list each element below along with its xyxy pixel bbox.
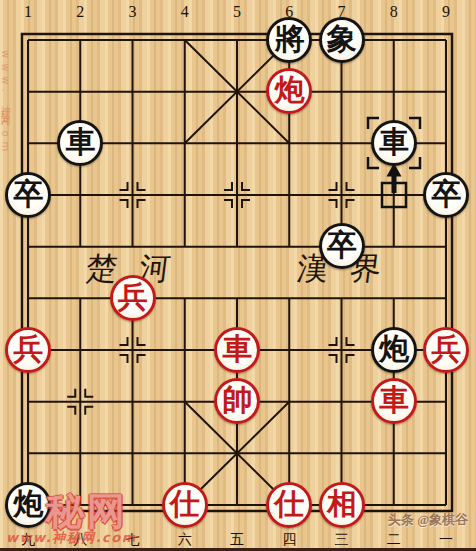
piece-red-仕[interactable]: 仕 (266, 482, 312, 528)
piece-red-仕[interactable]: 仕 (162, 482, 208, 528)
watermark-left-vertical: www.神秘网.com (0, 50, 12, 520)
piece-red-兵[interactable]: 兵 (5, 327, 51, 373)
piece-red-帥[interactable]: 帥 (214, 378, 260, 424)
piece-glyph: 仕 (274, 489, 304, 519)
piece-black-車[interactable]: 車 (371, 120, 417, 166)
piece-black-卒[interactable]: 卒 (5, 172, 51, 218)
piece-glyph: 將 (274, 24, 304, 54)
piece-glyph: 帥 (222, 385, 252, 415)
piece-black-卒[interactable]: 卒 (423, 172, 469, 218)
piece-black-炮[interactable]: 炮 (371, 327, 417, 373)
piece-black-炮[interactable]: 炮 (5, 482, 51, 528)
piece-red-兵[interactable]: 兵 (423, 327, 469, 373)
piece-glyph: 炮 (379, 334, 409, 364)
piece-glyph: 卒 (13, 179, 43, 209)
piece-glyph: 象 (327, 24, 357, 54)
piece-glyph: 車 (379, 127, 409, 157)
piece-red-兵[interactable]: 兵 (110, 275, 156, 321)
piece-glyph: 卒 (327, 230, 357, 260)
piece-black-象[interactable]: 象 (319, 17, 365, 63)
piece-glyph: 車 (379, 385, 409, 415)
piece-glyph: 車 (65, 127, 95, 157)
piece-glyph: 兵 (118, 282, 148, 312)
piece-glyph: 車 (222, 334, 252, 364)
piece-red-車[interactable]: 車 (371, 378, 417, 424)
coordinate-label-bottom: 四 (282, 533, 296, 547)
coordinate-label-bottom: 一 (439, 533, 453, 547)
coordinate-label-bottom: 六 (178, 533, 192, 547)
piece-glyph: 炮 (274, 75, 304, 105)
coordinate-label-bottom: 二 (387, 533, 401, 547)
piece-glyph: 兵 (13, 334, 43, 364)
coordinate-label-bottom: 五 (230, 533, 244, 547)
piece-black-車[interactable]: 車 (57, 120, 103, 166)
coordinate-label-bottom: 三 (335, 533, 349, 547)
piece-glyph: 兵 (431, 334, 461, 364)
piece-grid: 將象炮車車卒卒卒兵兵車炮兵帥車炮仕仕相 (2, 14, 472, 531)
piece-black-卒[interactable]: 卒 (319, 223, 365, 269)
piece-red-相[interactable]: 相 (319, 482, 365, 528)
piece-red-炮[interactable]: 炮 (266, 68, 312, 114)
xiangqi-board-screenshot: 123456789 九八七六五四三二一 楚河 漢界 將象炮車車卒卒卒兵兵車炮兵帥… (0, 0, 476, 551)
piece-glyph: 仕 (170, 489, 200, 519)
watermark-toutiao-handle: 头条 @象棋谷 (388, 511, 468, 529)
piece-glyph: 炮 (13, 489, 43, 519)
watermark-site-url: www.神秘网.com (6, 529, 137, 547)
piece-black-將[interactable]: 將 (266, 17, 312, 63)
piece-red-車[interactable]: 車 (214, 327, 260, 373)
piece-glyph: 卒 (431, 179, 461, 209)
piece-glyph: 相 (327, 489, 357, 519)
